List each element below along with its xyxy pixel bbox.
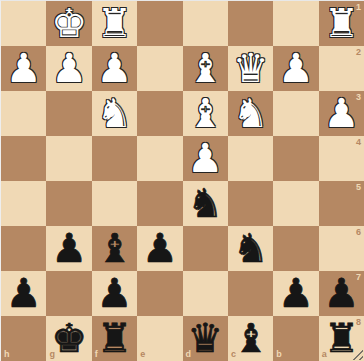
- white-pawn-f2[interactable]: ♟: [97, 46, 133, 91]
- square-c1[interactable]: [228, 1, 273, 46]
- square-f3[interactable]: ♞: [92, 91, 137, 136]
- white-pawn-d4[interactable]: ♟: [187, 136, 223, 181]
- rank-label-5: 5: [356, 183, 361, 192]
- square-b3[interactable]: [273, 91, 318, 136]
- square-g1[interactable]: ♚: [46, 1, 91, 46]
- square-g5[interactable]: [46, 181, 91, 226]
- black-pawn-a7[interactable]: ♟: [323, 271, 359, 316]
- black-knight-d5[interactable]: ♞: [187, 181, 223, 226]
- rank-label-6: 6: [356, 228, 361, 237]
- square-h5[interactable]: [1, 181, 46, 226]
- white-pawn-b2[interactable]: ♟: [278, 46, 314, 91]
- square-b7[interactable]: ♟: [273, 271, 318, 316]
- white-queen-c2[interactable]: ♛: [233, 46, 269, 91]
- black-knight-c6[interactable]: ♞: [233, 226, 269, 271]
- square-e7[interactable]: [137, 271, 182, 316]
- square-a2[interactable]: 2: [319, 46, 364, 91]
- square-d2[interactable]: ♝: [183, 46, 228, 91]
- square-e2[interactable]: [137, 46, 182, 91]
- chess-board-grid: ♚♜♜1♟♟♟♝♛♟2♞♝♞♟3♟4♞5♟♝♟♞6♟♟♟♟7h♚g♜fe♛d♝c…: [1, 1, 364, 361]
- black-bishop-c8[interactable]: ♝: [233, 316, 269, 361]
- chess-board: ♚♜♜1♟♟♟♝♛♟2♞♝♞♟3♟4♞5♟♝♟♞6♟♟♟♟7h♚g♜fe♛d♝c…: [0, 0, 364, 361]
- square-c3[interactable]: ♞: [228, 91, 273, 136]
- square-f7[interactable]: ♟: [92, 271, 137, 316]
- file-label-e: e: [140, 350, 145, 359]
- file-label-b: b: [276, 350, 282, 359]
- white-rook-a1[interactable]: ♜: [323, 1, 359, 46]
- square-c4[interactable]: [228, 136, 273, 181]
- file-label-h: h: [4, 350, 10, 359]
- square-b2[interactable]: ♟: [273, 46, 318, 91]
- square-g6[interactable]: ♟: [46, 226, 91, 271]
- white-knight-f3[interactable]: ♞: [97, 91, 133, 136]
- square-g4[interactable]: [46, 136, 91, 181]
- square-h8[interactable]: h: [1, 316, 46, 361]
- square-a8[interactable]: ♜a8: [319, 316, 364, 361]
- square-b5[interactable]: [273, 181, 318, 226]
- square-d1[interactable]: [183, 1, 228, 46]
- square-f6[interactable]: ♝: [92, 226, 137, 271]
- white-bishop-d3[interactable]: ♝: [187, 91, 223, 136]
- square-h6[interactable]: [1, 226, 46, 271]
- square-d5[interactable]: ♞: [183, 181, 228, 226]
- square-d8[interactable]: ♛d: [183, 316, 228, 361]
- square-d7[interactable]: [183, 271, 228, 316]
- square-c8[interactable]: ♝c: [228, 316, 273, 361]
- square-c2[interactable]: ♛: [228, 46, 273, 91]
- black-king-g8[interactable]: ♚: [51, 316, 87, 361]
- black-pawn-f7[interactable]: ♟: [97, 271, 133, 316]
- black-pawn-e6[interactable]: ♟: [142, 226, 178, 271]
- square-a5[interactable]: 5: [319, 181, 364, 226]
- black-pawn-h7[interactable]: ♟: [6, 271, 42, 316]
- square-g8[interactable]: ♚g: [46, 316, 91, 361]
- square-e3[interactable]: [137, 91, 182, 136]
- white-rook-f1[interactable]: ♜: [97, 1, 133, 46]
- square-a3[interactable]: ♟3: [319, 91, 364, 136]
- square-c7[interactable]: [228, 271, 273, 316]
- square-g3[interactable]: [46, 91, 91, 136]
- square-g7[interactable]: [46, 271, 91, 316]
- square-a6[interactable]: 6: [319, 226, 364, 271]
- white-knight-c3[interactable]: ♞: [233, 91, 269, 136]
- square-e8[interactable]: e: [137, 316, 182, 361]
- square-f5[interactable]: [92, 181, 137, 226]
- white-pawn-g2[interactable]: ♟: [51, 46, 87, 91]
- white-bishop-d2[interactable]: ♝: [187, 46, 223, 91]
- square-f4[interactable]: [92, 136, 137, 181]
- square-f2[interactable]: ♟: [92, 46, 137, 91]
- rank-label-2: 2: [356, 48, 361, 57]
- square-e6[interactable]: ♟: [137, 226, 182, 271]
- square-h3[interactable]: [1, 91, 46, 136]
- square-d3[interactable]: ♝: [183, 91, 228, 136]
- square-b1[interactable]: [273, 1, 318, 46]
- square-h4[interactable]: [1, 136, 46, 181]
- square-c6[interactable]: ♞: [228, 226, 273, 271]
- square-g2[interactable]: ♟: [46, 46, 91, 91]
- square-c5[interactable]: [228, 181, 273, 226]
- square-d4[interactable]: ♟: [183, 136, 228, 181]
- square-b4[interactable]: [273, 136, 318, 181]
- rank-label-4: 4: [356, 138, 361, 147]
- square-b8[interactable]: b: [273, 316, 318, 361]
- black-rook-a8[interactable]: ♜: [323, 316, 359, 361]
- square-h1[interactable]: [1, 1, 46, 46]
- square-e4[interactable]: [137, 136, 182, 181]
- square-a4[interactable]: 4: [319, 136, 364, 181]
- black-pawn-b7[interactable]: ♟: [278, 271, 314, 316]
- black-queen-d8[interactable]: ♛: [187, 316, 223, 361]
- black-bishop-f6[interactable]: ♝: [97, 226, 133, 271]
- square-f8[interactable]: ♜f: [92, 316, 137, 361]
- square-e5[interactable]: [137, 181, 182, 226]
- square-a1[interactable]: ♜1: [319, 1, 364, 46]
- square-a7[interactable]: ♟7: [319, 271, 364, 316]
- square-e1[interactable]: [137, 1, 182, 46]
- white-pawn-a3[interactable]: ♟: [323, 91, 359, 136]
- black-pawn-g6[interactable]: ♟: [51, 226, 87, 271]
- white-king-g1[interactable]: ♚: [51, 1, 87, 46]
- square-h7[interactable]: ♟: [1, 271, 46, 316]
- square-h2[interactable]: ♟: [1, 46, 46, 91]
- square-b6[interactable]: [273, 226, 318, 271]
- black-rook-f8[interactable]: ♜: [97, 316, 133, 361]
- square-d6[interactable]: [183, 226, 228, 271]
- white-pawn-h2[interactable]: ♟: [6, 46, 42, 91]
- square-f1[interactable]: ♜: [92, 1, 137, 46]
